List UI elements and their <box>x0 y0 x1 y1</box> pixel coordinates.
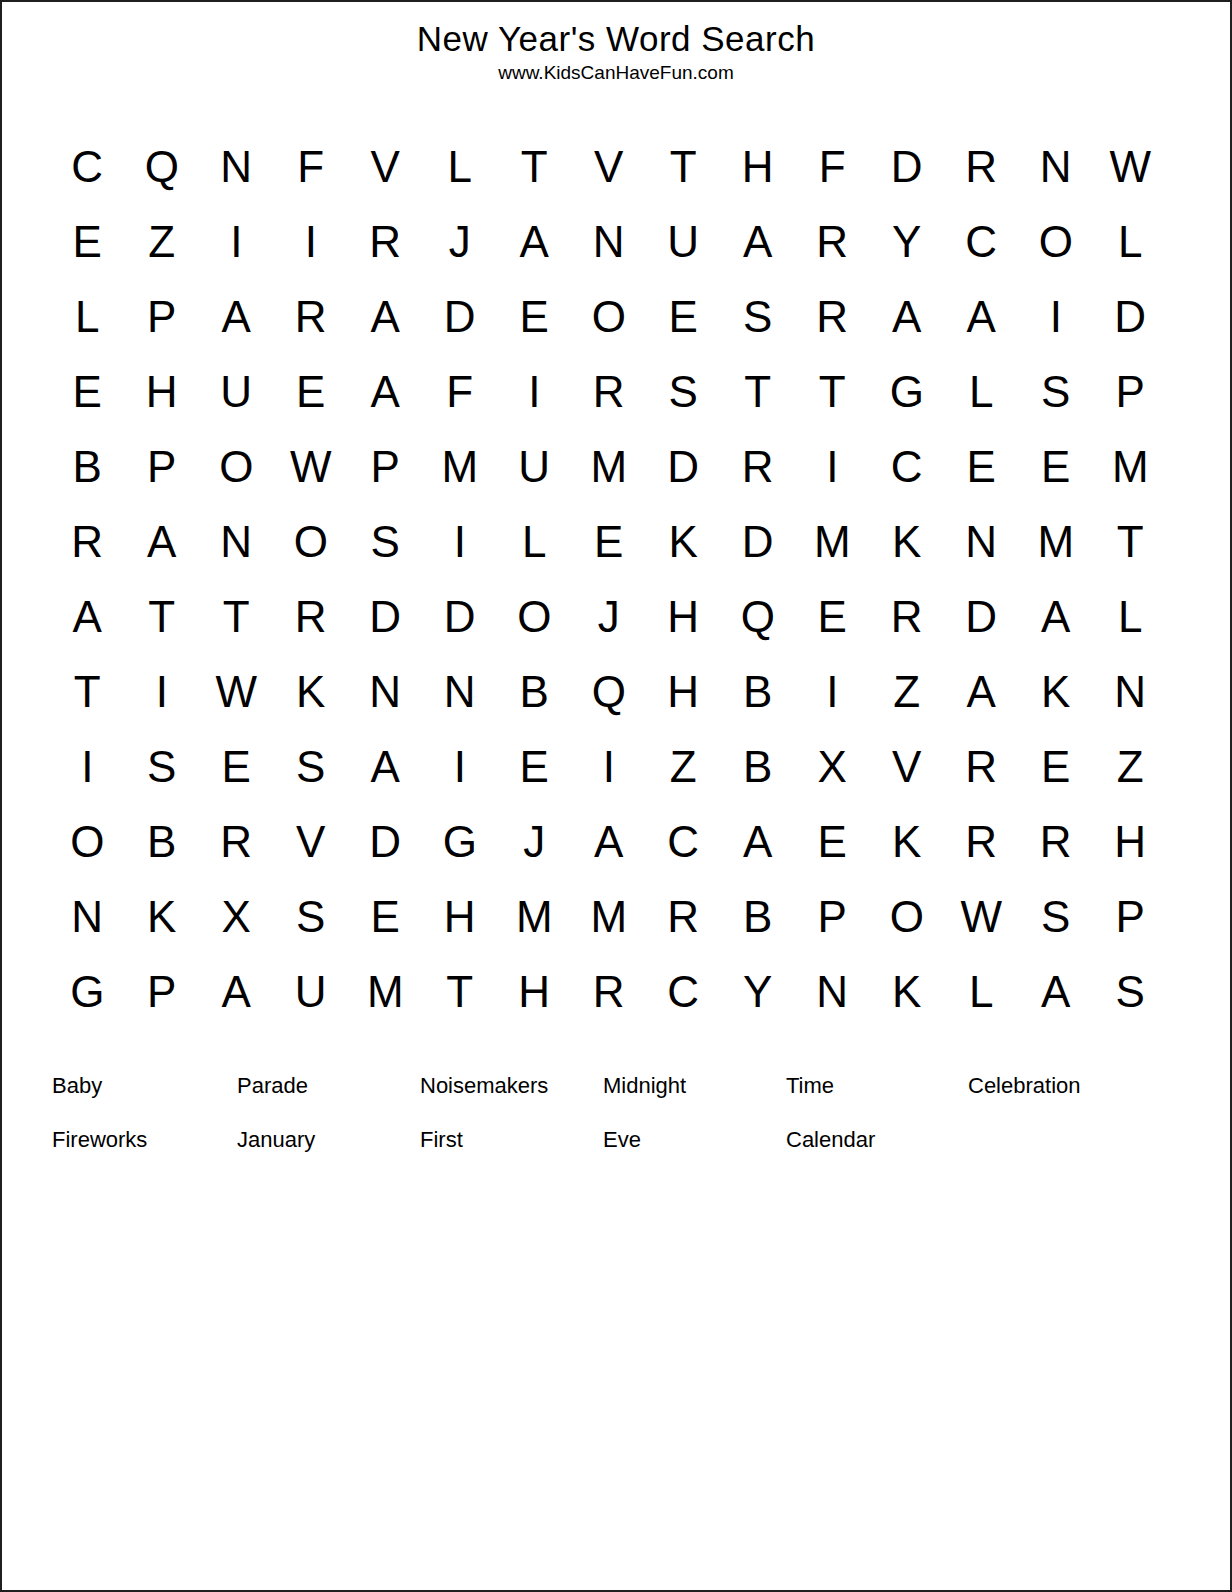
grid-cell[interactable]: E <box>944 429 1019 504</box>
grid-cell[interactable]: M <box>795 504 870 579</box>
grid-cell[interactable]: M <box>497 879 572 954</box>
grid-cell[interactable]: P <box>125 954 200 1029</box>
grid-cell[interactable]: E <box>274 354 349 429</box>
grid-cell[interactable]: T <box>1093 504 1168 579</box>
word-item: Midnight <box>603 1073 786 1099</box>
grid-cell[interactable]: A <box>944 279 1019 354</box>
grid-cell[interactable]: I <box>423 729 498 804</box>
grid-cell[interactable]: R <box>795 279 870 354</box>
grid-cell[interactable]: R <box>50 504 125 579</box>
grid-cell[interactable]: L <box>944 954 1019 1029</box>
grid-cell[interactable]: E <box>795 804 870 879</box>
grid-cell[interactable]: U <box>274 954 349 1029</box>
word-item: Eve <box>603 1127 786 1153</box>
grid-cell[interactable]: N <box>1019 129 1094 204</box>
grid-cell[interactable]: V <box>274 804 349 879</box>
grid-cell[interactable]: Z <box>125 204 200 279</box>
grid-cell[interactable]: A <box>199 954 274 1029</box>
grid-cell[interactable]: J <box>423 204 498 279</box>
word-item: January <box>237 1127 420 1153</box>
grid-cell[interactable]: R <box>274 579 349 654</box>
grid-cell[interactable]: F <box>423 354 498 429</box>
grid-cell[interactable]: T <box>50 654 125 729</box>
word-list: BabyParadeNoisemakersMidnightTimeCelebra… <box>52 1073 1192 1181</box>
grid-cell[interactable]: I <box>795 429 870 504</box>
grid-cell[interactable]: E <box>497 729 572 804</box>
word-item: Fireworks <box>52 1127 237 1153</box>
grid-cell[interactable]: W <box>944 879 1019 954</box>
grid-cell[interactable]: P <box>795 879 870 954</box>
grid-cell[interactable]: Q <box>721 579 796 654</box>
grid-cell[interactable]: R <box>944 729 1019 804</box>
grid-cell[interactable]: R <box>795 204 870 279</box>
grid-cell[interactable]: A <box>348 729 423 804</box>
grid-cell[interactable]: A <box>721 204 796 279</box>
grid-cell[interactable]: E <box>50 354 125 429</box>
grid-cell[interactable]: V <box>348 129 423 204</box>
grid-cell[interactable]: O <box>50 804 125 879</box>
grid-cell[interactable]: L <box>944 354 1019 429</box>
page-title: New Year's Word Search <box>2 20 1230 59</box>
grid-cell[interactable]: V <box>572 129 647 204</box>
grid-cell[interactable]: N <box>1093 654 1168 729</box>
grid-cell[interactable]: I <box>1019 279 1094 354</box>
grid-cell[interactable]: E <box>1019 429 1094 504</box>
grid-cell[interactable]: L <box>497 504 572 579</box>
grid-cell[interactable]: A <box>572 804 647 879</box>
grid-cell[interactable]: P <box>125 279 200 354</box>
grid-cell[interactable]: P <box>348 429 423 504</box>
grid-cell[interactable]: K <box>870 504 945 579</box>
grid-cell[interactable]: U <box>497 429 572 504</box>
grid-cell[interactable]: M <box>423 429 498 504</box>
grid-cell[interactable]: C <box>646 954 721 1029</box>
grid-cell[interactable]: S <box>1019 354 1094 429</box>
grid-cell[interactable]: D <box>646 429 721 504</box>
grid-cell[interactable]: L <box>1093 204 1168 279</box>
grid-cell[interactable]: S <box>1093 954 1168 1029</box>
grid-cell[interactable]: B <box>125 804 200 879</box>
grid-cell[interactable]: U <box>646 204 721 279</box>
grid-cell[interactable]: W <box>199 654 274 729</box>
grid-cell[interactable]: O <box>870 879 945 954</box>
grid-cell[interactable]: B <box>50 429 125 504</box>
grid-cell[interactable]: S <box>274 729 349 804</box>
grid-cell[interactable]: M <box>572 429 647 504</box>
grid-cell[interactable]: R <box>274 279 349 354</box>
grid-cell[interactable]: P <box>1093 354 1168 429</box>
grid-cell[interactable]: G <box>423 804 498 879</box>
word-list-row: BabyParadeNoisemakersMidnightTimeCelebra… <box>52 1073 1192 1127</box>
grid-cell[interactable]: N <box>50 879 125 954</box>
grid-cell[interactable]: R <box>1019 804 1094 879</box>
grid-cell[interactable]: C <box>870 429 945 504</box>
grid-cell[interactable]: E <box>199 729 274 804</box>
grid-cell[interactable]: B <box>721 654 796 729</box>
grid-cell[interactable]: K <box>646 504 721 579</box>
grid-cell[interactable]: N <box>199 504 274 579</box>
word-search-grid: CQNFVLTVTHFDRNWEZIIRJANUARYCOLLPARADEOES… <box>50 129 1168 1029</box>
grid-cell[interactable]: T <box>795 354 870 429</box>
grid-cell[interactable]: D <box>944 579 1019 654</box>
word-item: Baby <box>52 1073 237 1099</box>
grid-cell[interactable]: L <box>1093 579 1168 654</box>
grid-cell[interactable]: S <box>721 279 796 354</box>
grid-cell[interactable]: Z <box>646 729 721 804</box>
grid-cell[interactable]: M <box>1019 504 1094 579</box>
grid-cell[interactable]: U <box>199 354 274 429</box>
grid-cell[interactable]: R <box>944 129 1019 204</box>
grid-cell[interactable]: I <box>497 354 572 429</box>
grid-cell[interactable]: L <box>50 279 125 354</box>
grid-cell[interactable]: P <box>125 429 200 504</box>
word-item: Celebration <box>968 1073 1192 1099</box>
grid-cell[interactable]: B <box>721 879 796 954</box>
grid-cell[interactable]: W <box>1093 129 1168 204</box>
grid-cell[interactable]: I <box>572 729 647 804</box>
word-item: Parade <box>237 1073 420 1099</box>
grid-cell[interactable]: E <box>50 204 125 279</box>
grid-cell[interactable]: R <box>572 354 647 429</box>
grid-cell[interactable]: S <box>646 354 721 429</box>
grid-cell[interactable]: H <box>125 354 200 429</box>
grid-cell[interactable]: S <box>274 879 349 954</box>
grid-cell[interactable]: N <box>199 129 274 204</box>
grid-cell[interactable]: R <box>572 954 647 1029</box>
grid-cell[interactable]: S <box>125 729 200 804</box>
word-list-row: FireworksJanuaryFirstEveCalendar <box>52 1127 1192 1181</box>
grid-cell[interactable]: G <box>870 354 945 429</box>
grid-cell[interactable]: T <box>423 954 498 1029</box>
grid-cell[interactable]: N <box>795 954 870 1029</box>
grid-cell[interactable]: R <box>646 879 721 954</box>
grid-cell[interactable]: B <box>721 729 796 804</box>
grid-cell[interactable]: E <box>646 279 721 354</box>
grid-cell[interactable]: T <box>646 129 721 204</box>
grid-cell[interactable]: C <box>944 204 1019 279</box>
grid-cell[interactable]: A <box>497 204 572 279</box>
grid-cell[interactable]: E <box>572 504 647 579</box>
grid-cell[interactable]: S <box>348 504 423 579</box>
grid-cell[interactable]: L <box>423 129 498 204</box>
grid-cell[interactable]: V <box>870 729 945 804</box>
grid-cell[interactable]: B <box>497 654 572 729</box>
grid-cell[interactable]: A <box>50 579 125 654</box>
grid-cell[interactable]: N <box>348 654 423 729</box>
grid-cell[interactable]: X <box>199 879 274 954</box>
grid-cell[interactable]: D <box>1093 279 1168 354</box>
grid-cell[interactable]: A <box>870 279 945 354</box>
grid-cell[interactable]: D <box>348 579 423 654</box>
grid-cell[interactable]: C <box>646 804 721 879</box>
grid-cell[interactable]: R <box>721 429 796 504</box>
grid-cell[interactable]: R <box>348 204 423 279</box>
grid-cell[interactable]: A <box>348 354 423 429</box>
grid-cell[interactable]: O <box>1019 204 1094 279</box>
header: New Year's Word Search www.KidsCanHaveFu… <box>2 20 1230 84</box>
grid-cell[interactable]: I <box>50 729 125 804</box>
grid-cell[interactable]: H <box>721 129 796 204</box>
grid-cell[interactable]: K <box>1019 654 1094 729</box>
grid-cell[interactable]: J <box>497 804 572 879</box>
grid-cell[interactable]: A <box>721 804 796 879</box>
grid-cell[interactable]: H <box>497 954 572 1029</box>
word-item: First <box>420 1127 603 1153</box>
grid-cell[interactable]: T <box>125 579 200 654</box>
grid-cell[interactable]: E <box>497 279 572 354</box>
grid-cell[interactable]: I <box>125 654 200 729</box>
grid-cell[interactable]: T <box>199 579 274 654</box>
grid-cell[interactable]: H <box>646 654 721 729</box>
grid-cell[interactable]: K <box>274 654 349 729</box>
grid-cell[interactable]: M <box>1093 429 1168 504</box>
grid-cell[interactable]: C <box>50 129 125 204</box>
grid-cell[interactable]: Q <box>572 654 647 729</box>
word-item: Calendar <box>786 1127 968 1153</box>
grid-cell[interactable]: K <box>870 804 945 879</box>
grid-cell[interactable]: E <box>1019 729 1094 804</box>
grid-cell[interactable]: A <box>944 654 1019 729</box>
grid-cell[interactable]: R <box>870 579 945 654</box>
grid-cell[interactable]: J <box>572 579 647 654</box>
grid-cell[interactable]: M <box>572 879 647 954</box>
grid-cell[interactable]: D <box>423 579 498 654</box>
grid-cell[interactable]: F <box>795 129 870 204</box>
grid-cell[interactable]: D <box>870 129 945 204</box>
grid-cell[interactable]: N <box>423 654 498 729</box>
grid-cell[interactable]: N <box>572 204 647 279</box>
grid-cell[interactable]: D <box>721 504 796 579</box>
word-item: Time <box>786 1073 968 1099</box>
grid-cell[interactable]: D <box>423 279 498 354</box>
grid-cell[interactable]: D <box>348 804 423 879</box>
grid-cell[interactable]: E <box>348 879 423 954</box>
page-subtitle: www.KidsCanHaveFun.com <box>2 62 1230 84</box>
worksheet-page: New Year's Word Search www.KidsCanHaveFu… <box>0 0 1232 1592</box>
grid-cell[interactable]: H <box>1093 804 1168 879</box>
grid-cell[interactable]: O <box>572 279 647 354</box>
grid-cell[interactable]: R <box>199 804 274 879</box>
grid-cell[interactable]: N <box>944 504 1019 579</box>
grid-cell[interactable]: A <box>1019 579 1094 654</box>
grid-cell[interactable]: I <box>274 204 349 279</box>
grid-cell[interactable]: O <box>199 429 274 504</box>
grid-cell[interactable]: I <box>423 504 498 579</box>
grid-cell[interactable]: Z <box>1093 729 1168 804</box>
grid-cell[interactable]: T <box>497 129 572 204</box>
grid-cell[interactable]: Q <box>125 129 200 204</box>
word-item: Noisemakers <box>420 1073 603 1099</box>
grid-cell[interactable]: G <box>50 954 125 1029</box>
grid-cell[interactable]: Z <box>870 654 945 729</box>
grid-cell[interactable]: F <box>274 129 349 204</box>
grid-cell[interactable]: T <box>721 354 796 429</box>
grid-cell[interactable]: P <box>1093 879 1168 954</box>
grid-cell[interactable]: S <box>1019 879 1094 954</box>
grid-cell[interactable]: H <box>423 879 498 954</box>
grid-cell[interactable]: A <box>1019 954 1094 1029</box>
grid-cell[interactable]: I <box>795 654 870 729</box>
grid-cell[interactable]: Y <box>721 954 796 1029</box>
grid-cell[interactable]: W <box>274 429 349 504</box>
grid-cell[interactable]: M <box>348 954 423 1029</box>
grid-cell[interactable]: A <box>348 279 423 354</box>
grid-cell[interactable]: H <box>646 579 721 654</box>
grid-cell[interactable]: O <box>274 504 349 579</box>
grid-cell[interactable]: X <box>795 729 870 804</box>
grid-cell[interactable]: I <box>199 204 274 279</box>
grid-cell[interactable]: Y <box>870 204 945 279</box>
grid-cell[interactable]: A <box>125 504 200 579</box>
grid-cell[interactable]: R <box>944 804 1019 879</box>
grid-cell[interactable]: A <box>199 279 274 354</box>
grid-cell[interactable]: E <box>795 579 870 654</box>
grid-cell[interactable]: O <box>497 579 572 654</box>
grid-cell[interactable]: K <box>870 954 945 1029</box>
grid-cell[interactable]: K <box>125 879 200 954</box>
